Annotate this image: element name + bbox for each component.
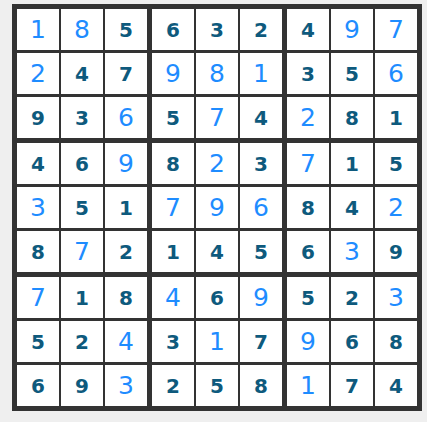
- cell-r9c8[interactable]: 7: [331, 365, 375, 406]
- cell-r3c6[interactable]: 4: [240, 97, 287, 143]
- cell-r9c2[interactable]: 9: [61, 365, 105, 406]
- cell-r2c4[interactable]: 9: [152, 53, 196, 97]
- cell-r2c9[interactable]: 6: [375, 53, 417, 97]
- cell-r6c5[interactable]: 4: [196, 231, 240, 277]
- cell-r6c8[interactable]: 3: [331, 231, 375, 277]
- cell-r8c7[interactable]: 9: [287, 321, 331, 365]
- cell-r1c7[interactable]: 4: [287, 9, 331, 53]
- cell-r2c5[interactable]: 8: [196, 53, 240, 97]
- cell-r7c7[interactable]: 5: [287, 277, 331, 321]
- cell-r2c1[interactable]: 2: [17, 53, 61, 97]
- cell-r9c7[interactable]: 1: [287, 365, 331, 406]
- cell-r1c3[interactable]: 5: [105, 9, 152, 53]
- cell-r3c4[interactable]: 5: [152, 97, 196, 143]
- cell-r4c2[interactable]: 6: [61, 143, 105, 187]
- cell-r2c8[interactable]: 5: [331, 53, 375, 97]
- cell-r8c2[interactable]: 2: [61, 321, 105, 365]
- cell-r7c5[interactable]: 6: [196, 277, 240, 321]
- cell-r4c4[interactable]: 8: [152, 143, 196, 187]
- cell-r3c3[interactable]: 6: [105, 97, 152, 143]
- cell-r6c3[interactable]: 2: [105, 231, 152, 277]
- cell-r6c6[interactable]: 5: [240, 231, 287, 277]
- cell-r8c8[interactable]: 6: [331, 321, 375, 365]
- cell-r1c5[interactable]: 3: [196, 9, 240, 53]
- cell-r4c1[interactable]: 4: [17, 143, 61, 187]
- cell-r9c1[interactable]: 6: [17, 365, 61, 406]
- cell-r7c6[interactable]: 9: [240, 277, 287, 321]
- cell-r8c3[interactable]: 4: [105, 321, 152, 365]
- cell-r2c6[interactable]: 1: [240, 53, 287, 97]
- cell-r3c5[interactable]: 7: [196, 97, 240, 143]
- cell-r7c8[interactable]: 2: [331, 277, 375, 321]
- cell-r1c1[interactable]: 1: [17, 9, 61, 53]
- cell-r9c5[interactable]: 5: [196, 365, 240, 406]
- cell-r7c2[interactable]: 1: [61, 277, 105, 321]
- cell-r9c9[interactable]: 4: [375, 365, 417, 406]
- cell-r1c2[interactable]: 8: [61, 9, 105, 53]
- cell-r3c9[interactable]: 1: [375, 97, 417, 143]
- cell-r4c6[interactable]: 3: [240, 143, 287, 187]
- cell-r6c7[interactable]: 6: [287, 231, 331, 277]
- cell-r4c9[interactable]: 5: [375, 143, 417, 187]
- cell-r5c2[interactable]: 5: [61, 187, 105, 231]
- cell-r4c8[interactable]: 1: [331, 143, 375, 187]
- cell-r3c8[interactable]: 8: [331, 97, 375, 143]
- cell-r9c3[interactable]: 3: [105, 365, 152, 406]
- cell-r7c9[interactable]: 3: [375, 277, 417, 321]
- cell-r6c4[interactable]: 1: [152, 231, 196, 277]
- cell-r5c3[interactable]: 1: [105, 187, 152, 231]
- cell-r8c1[interactable]: 5: [17, 321, 61, 365]
- cell-r1c6[interactable]: 2: [240, 9, 287, 53]
- cell-r4c5[interactable]: 2: [196, 143, 240, 187]
- cell-r2c3[interactable]: 7: [105, 53, 152, 97]
- cell-r4c7[interactable]: 7: [287, 143, 331, 187]
- cell-r3c1[interactable]: 9: [17, 97, 61, 143]
- cell-r6c1[interactable]: 8: [17, 231, 61, 277]
- cell-r2c2[interactable]: 4: [61, 53, 105, 97]
- sudoku-board: 1856324972479813569365742814698237153517…: [12, 4, 422, 411]
- cell-r6c9[interactable]: 9: [375, 231, 417, 277]
- cell-r1c8[interactable]: 9: [331, 9, 375, 53]
- cell-r7c4[interactable]: 4: [152, 277, 196, 321]
- cell-r1c9[interactable]: 7: [375, 9, 417, 53]
- cell-r9c6[interactable]: 8: [240, 365, 287, 406]
- cell-r5c6[interactable]: 6: [240, 187, 287, 231]
- cell-r1c4[interactable]: 6: [152, 9, 196, 53]
- cell-r5c8[interactable]: 4: [331, 187, 375, 231]
- cell-r3c2[interactable]: 3: [61, 97, 105, 143]
- cell-r5c4[interactable]: 7: [152, 187, 196, 231]
- cell-r5c9[interactable]: 2: [375, 187, 417, 231]
- cell-r5c1[interactable]: 3: [17, 187, 61, 231]
- cell-r7c1[interactable]: 7: [17, 277, 61, 321]
- cell-r5c7[interactable]: 8: [287, 187, 331, 231]
- cell-r8c4[interactable]: 3: [152, 321, 196, 365]
- cell-r9c4[interactable]: 2: [152, 365, 196, 406]
- page-background: { "game": "sudoku", "grid_size": "9x9", …: [0, 0, 427, 422]
- cell-r4c3[interactable]: 9: [105, 143, 152, 187]
- cell-r8c6[interactable]: 7: [240, 321, 287, 365]
- cell-r6c2[interactable]: 7: [61, 231, 105, 277]
- cell-r8c9[interactable]: 8: [375, 321, 417, 365]
- cell-r2c7[interactable]: 3: [287, 53, 331, 97]
- cell-r7c3[interactable]: 8: [105, 277, 152, 321]
- cell-r5c5[interactable]: 9: [196, 187, 240, 231]
- cell-r3c7[interactable]: 2: [287, 97, 331, 143]
- cell-r8c5[interactable]: 1: [196, 321, 240, 365]
